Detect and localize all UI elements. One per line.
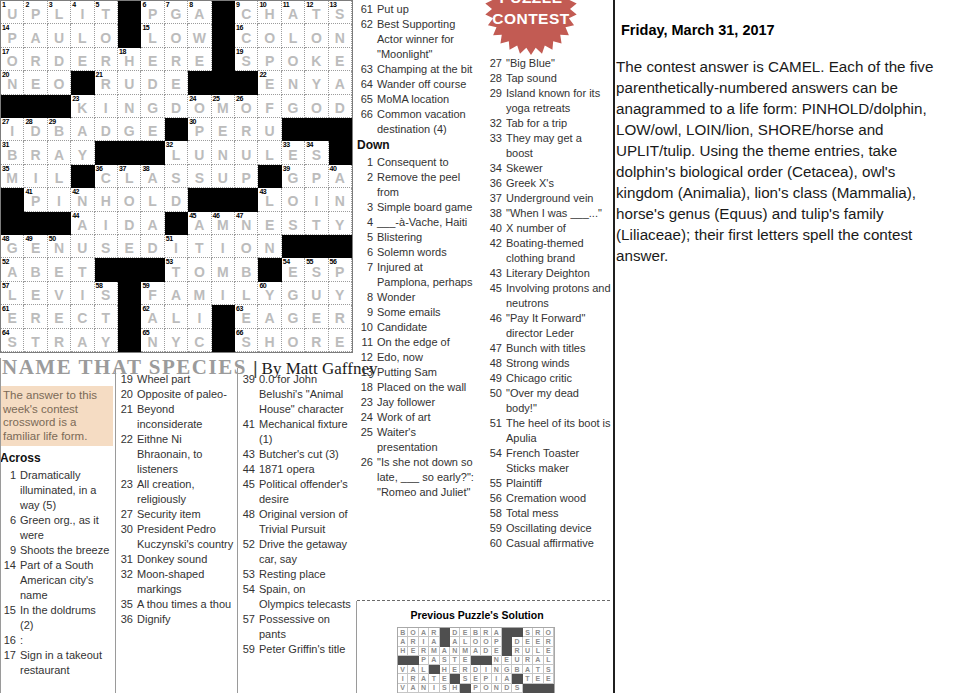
grid-cell: 21R xyxy=(95,71,118,94)
cell-letter: D xyxy=(504,684,509,691)
previous-solution-grid: BOARDEBRASROARIAALOOPDEERHERMANMADERULEP… xyxy=(397,627,555,693)
black-cell xyxy=(118,305,141,328)
grid-cell: 39G xyxy=(282,165,305,188)
clue-text: Total mess xyxy=(506,506,611,521)
grid-cell: L xyxy=(141,188,164,211)
grid-cell: 11A xyxy=(282,1,305,24)
cell-number: 3 xyxy=(49,1,52,9)
grid-cell: 58S xyxy=(95,282,118,305)
across-clue-35: 35A thou times a thou xyxy=(117,597,234,612)
grid-cell: 6P xyxy=(141,1,164,24)
grid-cell: R xyxy=(523,656,533,665)
clue-number: 23 xyxy=(117,477,133,507)
cell-letter: Y xyxy=(312,73,321,91)
puzzle-contest-badge: PUZZLE CONTEST xyxy=(484,0,578,56)
cell-letter: A xyxy=(265,307,275,325)
grid-cell: E xyxy=(258,212,281,235)
grid-cell: 25M xyxy=(212,95,235,118)
clue-text: Greek X's xyxy=(506,176,611,191)
down-clue-49: 49Chicago critic xyxy=(486,371,611,386)
grid-cell: 20N xyxy=(1,71,24,94)
clue-number: 28 xyxy=(486,71,502,86)
grid-cell: 10H xyxy=(258,1,281,24)
cell-letter: S xyxy=(288,214,297,232)
cell-letter: O xyxy=(241,237,252,255)
cell-letter: L xyxy=(265,144,274,162)
down-clue-50: 50"Over my dead body!" xyxy=(486,386,611,416)
cell-number: 20 xyxy=(2,71,9,79)
cell-number: 58 xyxy=(96,282,103,290)
clue-text: Possessive on pants xyxy=(259,612,353,642)
grid-cell: A xyxy=(408,684,418,693)
grid-cell: Y xyxy=(329,212,352,235)
grid-cell: O xyxy=(481,637,491,646)
cell-letter: R xyxy=(31,307,41,325)
grid-cell: B xyxy=(512,665,522,674)
grid-cell: 30P xyxy=(188,118,211,141)
starburst-icon xyxy=(485,0,576,55)
cell-letter: A xyxy=(411,666,416,673)
grid-cell: L xyxy=(258,141,281,164)
badge-line2: CONTEST xyxy=(492,10,569,27)
cell-number: 8 xyxy=(189,1,192,9)
black-cell xyxy=(502,647,512,656)
clue-text: Casual affirmative xyxy=(506,536,611,551)
cell-number: 40 xyxy=(330,165,337,173)
cell-letter: E xyxy=(536,638,541,645)
across-clue-41: 41Mechanical fixture (1) xyxy=(239,417,353,447)
cell-number: 36 xyxy=(96,165,103,173)
cell-letter: R xyxy=(431,629,436,636)
grid-cell: 28D xyxy=(24,118,47,141)
grid-cell: M xyxy=(188,282,211,305)
cell-letter: E xyxy=(546,647,551,654)
clue-text: MoMA location xyxy=(377,92,478,107)
cell-letter: O xyxy=(473,638,478,645)
cell-letter: E xyxy=(312,307,321,325)
clue-number: 14 xyxy=(0,558,16,603)
grid-cell: A xyxy=(398,637,408,646)
cell-number: 32 xyxy=(166,141,173,149)
cell-letter: U xyxy=(54,27,64,45)
clue-number: 52 xyxy=(239,537,255,567)
grid-cell: C xyxy=(188,329,211,352)
cell-letter: A xyxy=(54,144,64,162)
clue-text: Blistering xyxy=(377,230,478,245)
clue-text: Dramatically illuminated, in a way (5) xyxy=(20,468,112,513)
clue-number: 40 xyxy=(486,221,502,236)
solution-section-rule xyxy=(356,601,357,693)
across-clue-19: 19Wheel part xyxy=(117,372,234,387)
grid-cell: P xyxy=(305,165,328,188)
cell-letter: O xyxy=(288,331,299,349)
grid-cell: K xyxy=(305,48,328,71)
across-clue-36: 36Dignify xyxy=(117,612,234,627)
black-cell xyxy=(523,684,533,693)
clue-number: 9 xyxy=(357,305,373,320)
grid-cell: T xyxy=(71,258,94,281)
cell-letter: E xyxy=(335,50,344,68)
cell-letter: E xyxy=(54,307,63,325)
cell-number: 37 xyxy=(119,165,126,173)
cell-letter: D xyxy=(124,214,134,232)
clue-number: 13 xyxy=(357,365,373,380)
grid-cell: A xyxy=(471,647,481,656)
across-clue-32: 32Moon-shaped markings xyxy=(117,567,234,597)
cell-letter: D xyxy=(473,666,478,673)
cell-letter: I xyxy=(221,237,225,255)
cell-letter: T xyxy=(536,666,540,673)
black-cell xyxy=(165,212,188,235)
cell-letter: R xyxy=(421,647,426,654)
cell-letter: V xyxy=(400,684,405,691)
grid-cell: O xyxy=(282,48,305,71)
clue-text: Putting Sam xyxy=(377,365,478,380)
cell-number: 34 xyxy=(306,141,313,149)
down-clue-28: 28Tap sound xyxy=(486,71,611,86)
cell-letter: I xyxy=(402,675,404,682)
black-cell xyxy=(329,141,352,164)
grid-cell: S xyxy=(544,665,554,674)
grid-cell: I xyxy=(212,282,235,305)
black-cell xyxy=(212,329,235,352)
grid-cell: E xyxy=(450,665,460,674)
cell-number: 10 xyxy=(259,1,266,9)
clue-number: 61 xyxy=(357,2,373,17)
grid-cell: E xyxy=(141,118,164,141)
cell-letter: E xyxy=(546,675,551,682)
grid-cell: 35M xyxy=(1,165,24,188)
cell-letter: A xyxy=(504,675,509,682)
black-cell xyxy=(502,628,512,637)
grid-cell: N xyxy=(492,656,502,665)
grid-cell: 8A xyxy=(188,1,211,24)
grid-cell: T xyxy=(24,329,47,352)
grid-cell: I xyxy=(212,235,235,258)
cell-letter: I xyxy=(485,666,487,673)
grid-cell: 52A xyxy=(1,258,24,281)
cell-letter: G xyxy=(288,284,299,302)
cell-number: 19 xyxy=(236,48,243,56)
grid-cell: I xyxy=(305,188,328,211)
panel-divider-rule xyxy=(613,0,615,693)
grid-cell: 51I xyxy=(165,235,188,258)
cell-letter: S xyxy=(525,629,530,636)
grid-cell: I xyxy=(492,674,502,683)
grid-cell: O xyxy=(235,235,258,258)
grid-cell: P xyxy=(481,674,491,683)
clue-text: Moon-shaped markings xyxy=(137,567,234,597)
down-clue-36: 36Greek X's xyxy=(486,176,611,191)
cell-letter: E xyxy=(195,50,204,68)
cell-letter: S xyxy=(312,261,321,279)
across-clue-23: 23All creation, religiously xyxy=(117,477,234,507)
cell-letter: D xyxy=(515,638,520,645)
across-clue-66: 66Common vacation destination (4) xyxy=(357,107,478,137)
grid-cell: 62A xyxy=(141,305,164,328)
grid-cell: M xyxy=(429,647,439,656)
cell-letter: L xyxy=(289,27,298,45)
grid-cell: P xyxy=(419,656,429,665)
clue-text: In the doldrums (2) xyxy=(20,603,112,633)
clue-text: Best Supporting Actor winner for "Moonli… xyxy=(377,17,478,62)
cell-number: 13 xyxy=(330,1,337,9)
grid-cell: S xyxy=(440,684,450,693)
black-cell xyxy=(118,282,141,305)
cell-letter: D xyxy=(452,629,457,636)
clue-number: 23 xyxy=(357,395,373,410)
clue-number: 22 xyxy=(117,432,133,477)
across-clue-9: 9Shoots the breeze xyxy=(0,543,112,558)
grid-cell: G xyxy=(282,305,305,328)
clue-number: 34 xyxy=(486,161,502,176)
across-clue-62: 62Best Supporting Actor winner for "Moon… xyxy=(357,17,478,62)
black-cell xyxy=(258,165,281,188)
cell-letter: Y xyxy=(101,331,110,349)
grid-cell: N xyxy=(118,95,141,118)
grid-cell: R xyxy=(429,628,439,637)
clue-number: 36 xyxy=(117,612,133,627)
grid-cell: 61E xyxy=(1,305,24,328)
grid-cell: 42N xyxy=(71,188,94,211)
grid-cell: E xyxy=(24,282,47,305)
cell-letter: U xyxy=(311,284,321,302)
grid-cell: I xyxy=(95,212,118,235)
grid-cell: G xyxy=(118,118,141,141)
black-cell xyxy=(141,258,164,281)
cell-letter: I xyxy=(314,190,318,208)
clue-text: Wander off course xyxy=(377,77,478,92)
clue-text: Original version of Trivial Pursuit xyxy=(259,507,353,537)
grid-cell: 47N xyxy=(235,212,258,235)
cell-letter: N xyxy=(218,144,228,162)
cell-letter: I xyxy=(80,3,84,21)
cell-letter: D xyxy=(335,97,345,115)
grid-cell: M xyxy=(212,258,235,281)
grid-cell: E xyxy=(118,235,141,258)
grid-cell: S xyxy=(95,235,118,258)
cell-letter: O xyxy=(288,50,299,68)
grid-cell: Y xyxy=(305,71,328,94)
clue-text: Skewer xyxy=(506,161,611,176)
cell-letter: N xyxy=(335,27,345,45)
clue-text: On the edge of xyxy=(377,335,478,350)
grid-cell: 33E xyxy=(282,141,305,164)
grid-cell: R xyxy=(419,647,429,656)
cell-number: 38 xyxy=(142,165,149,173)
cell-letter: L xyxy=(536,647,540,654)
grid-cell: N xyxy=(282,71,305,94)
cell-letter: A xyxy=(494,629,499,636)
grid-cell: R xyxy=(48,329,71,352)
cell-letter: E xyxy=(171,73,180,91)
cell-letter: L xyxy=(78,27,87,45)
cell-letter: L xyxy=(55,3,64,21)
grid-cell: O xyxy=(95,24,118,47)
cell-number: 30 xyxy=(189,118,196,126)
cell-letter: R xyxy=(463,666,468,673)
grid-cell: E xyxy=(471,674,481,683)
cell-number: 6 xyxy=(142,1,145,9)
cell-letter: B xyxy=(241,261,251,279)
grid-cell: O xyxy=(165,24,188,47)
cell-number: 16 xyxy=(236,24,243,32)
grid-cell: A xyxy=(258,305,281,328)
grid-cell: E xyxy=(48,258,71,281)
down-clue-34: 34Skewer xyxy=(486,161,611,176)
clue-number: 15 xyxy=(0,603,16,633)
cell-letter: E xyxy=(494,647,499,654)
grid-cell: A xyxy=(71,118,94,141)
cell-letter: G xyxy=(288,97,299,115)
clue-text: A thou times a thou xyxy=(137,597,234,612)
grid-cell: M xyxy=(460,647,470,656)
grid-cell: E xyxy=(141,48,164,71)
grid-cell: 17O xyxy=(1,48,24,71)
clue-text: Boating-themed clothing brand xyxy=(506,236,611,266)
clue-number: 36 xyxy=(486,176,502,191)
black-cell xyxy=(305,235,328,258)
grid-cell: 23K xyxy=(71,95,94,118)
grid-cell: O xyxy=(188,258,211,281)
black-cell xyxy=(212,48,235,71)
grid-cell: A xyxy=(523,665,533,674)
black-cell xyxy=(1,212,24,235)
cell-letter: E xyxy=(54,261,63,279)
cell-number: 14 xyxy=(2,24,9,32)
grid-cell: L xyxy=(533,647,543,656)
clue-number: 1 xyxy=(0,468,16,513)
grid-cell: R xyxy=(95,48,118,71)
clue-text: Shoots the breeze xyxy=(20,543,112,558)
cell-letter: P xyxy=(31,3,40,21)
previous-solution-title: Previous Puzzle's Solution xyxy=(396,609,558,621)
cell-letter: K xyxy=(311,50,321,68)
grid-cell: 45A xyxy=(188,212,211,235)
cell-letter: O xyxy=(483,638,488,645)
cell-letter: P xyxy=(195,120,204,138)
grid-cell: S xyxy=(282,212,305,235)
down-clue-2: 2Remove the peel from xyxy=(357,170,478,200)
clue-number: 43 xyxy=(239,447,255,462)
black-cell xyxy=(165,118,188,141)
grid-cell: B xyxy=(398,628,408,637)
cell-letter: S xyxy=(463,675,468,682)
cell-number: 44 xyxy=(72,212,79,220)
grid-cell: 2P xyxy=(24,1,47,24)
cell-letter: I xyxy=(423,638,425,645)
cell-number: 21 xyxy=(96,71,103,79)
cell-letter: Y xyxy=(171,331,180,349)
cell-letter: B xyxy=(400,629,405,636)
across-clue-17: 17Sign in a takeout restaurant xyxy=(0,648,112,678)
grid-cell: 44A xyxy=(71,212,94,235)
black-cell xyxy=(408,656,418,665)
grid-cell: 36C xyxy=(95,165,118,188)
clue-text: Wheel part xyxy=(137,372,234,387)
grid-cell: R xyxy=(24,305,47,328)
grid-cell: 22E xyxy=(258,71,281,94)
grid-cell: W xyxy=(188,24,211,47)
cell-letter: E xyxy=(265,214,274,232)
cell-letter: S xyxy=(195,167,204,185)
grid-cell: E xyxy=(523,637,533,646)
cell-letter: R xyxy=(335,307,345,325)
cell-letter: V xyxy=(54,284,63,302)
grid-cell: 31B xyxy=(1,141,24,164)
clue-number: 10 xyxy=(357,320,373,335)
cell-letter: D xyxy=(54,50,64,68)
down-clue-37: 37Underground vein xyxy=(486,191,611,206)
grid-cell: R xyxy=(408,637,418,646)
grid-cell: D xyxy=(165,95,188,118)
grid-cell: T xyxy=(533,665,543,674)
cell-letter: O xyxy=(54,73,65,91)
clue-text: Involving protons and neutrons xyxy=(506,281,611,311)
black-cell xyxy=(305,118,328,141)
down-clue-7: 7Injured at Pamplona, perhaps xyxy=(357,260,478,290)
grid-cell: 37L xyxy=(118,165,141,188)
cell-letter: E xyxy=(452,666,457,673)
clue-number: 58 xyxy=(486,506,502,521)
clue-number: 7 xyxy=(357,260,373,290)
across-clue-59: 59Peter Griffin's title xyxy=(239,642,353,657)
across-clue-44: 441871 opera xyxy=(239,462,353,477)
grid-cell: G xyxy=(282,282,305,305)
grid-cell: 34S xyxy=(305,141,328,164)
cell-letter: T xyxy=(432,675,436,682)
cell-number: 47 xyxy=(236,212,243,220)
cell-letter: U xyxy=(194,144,204,162)
clue-number: 1 xyxy=(357,155,373,170)
clue-text: Edo, now xyxy=(377,350,478,365)
clue-text: 1871 opera xyxy=(259,462,353,477)
black-cell xyxy=(235,188,258,211)
grid-cell: D xyxy=(471,665,481,674)
clue-text: Tap sound xyxy=(506,71,611,86)
grid-cell: R xyxy=(544,637,554,646)
clue-text: Put up xyxy=(377,2,478,17)
cell-letter: R xyxy=(411,675,416,682)
grid-cell: E xyxy=(440,674,450,683)
grid-cell: S xyxy=(165,165,188,188)
across-clue-27: 27Security item xyxy=(117,507,234,522)
clue-text: 0.0 for John Belushi's "Animal House" ch… xyxy=(259,372,353,417)
cell-number: 39 xyxy=(283,165,290,173)
grid-cell: G xyxy=(141,95,164,118)
black-cell xyxy=(71,71,94,94)
grid-cell: O xyxy=(471,637,481,646)
grid-cell: D xyxy=(141,71,164,94)
grid-cell: E xyxy=(48,305,71,328)
clue-number: 17 xyxy=(0,648,16,678)
cell-letter: I xyxy=(104,214,108,232)
grid-cell: S xyxy=(440,656,450,665)
cell-letter: D xyxy=(171,97,181,115)
across-clue-31: 31Donkey sound xyxy=(117,552,234,567)
grid-cell: D xyxy=(481,647,491,656)
grid-cell: R xyxy=(481,628,491,637)
cell-number: 26 xyxy=(236,95,243,103)
cell-letter: N xyxy=(288,73,298,91)
cell-number: 59 xyxy=(142,282,149,290)
down-clue-11: 11On the edge of xyxy=(357,335,478,350)
grid-cell: D xyxy=(95,118,118,141)
clue-number: 46 xyxy=(486,311,502,341)
grid-cell: N xyxy=(492,665,502,674)
cell-letter: A xyxy=(421,675,426,682)
grid-cell: O xyxy=(258,24,281,47)
